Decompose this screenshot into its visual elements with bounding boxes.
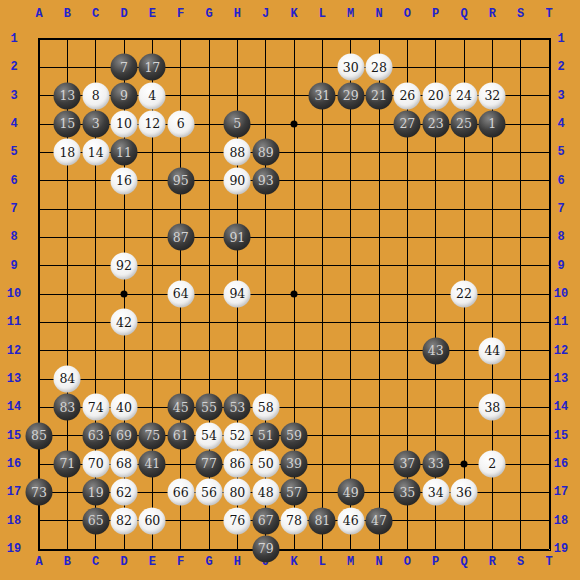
coord-label-bottom: O <box>404 556 411 568</box>
coord-label-right: 3 <box>557 90 564 102</box>
stone-white-54[interactable]: 54 <box>196 422 223 449</box>
coord-label-left: 18 <box>7 515 21 527</box>
grid-line-vertical <box>350 39 351 549</box>
coord-label-left: 17 <box>7 486 21 498</box>
stone-white-22[interactable]: 22 <box>451 281 478 308</box>
stone-black-27[interactable]: 27 <box>394 111 421 138</box>
stone-black-35[interactable]: 35 <box>394 479 421 506</box>
stone-black-23[interactable]: 23 <box>422 111 449 138</box>
stone-white-46[interactable]: 46 <box>337 507 364 534</box>
stone-white-16[interactable]: 16 <box>111 167 138 194</box>
stone-black-93[interactable]: 93 <box>252 167 279 194</box>
stone-white-52[interactable]: 52 <box>224 422 251 449</box>
grid-line-vertical <box>379 39 380 549</box>
coord-label-top: N <box>375 8 382 20</box>
coord-label-right: 15 <box>554 430 568 442</box>
stone-white-36[interactable]: 36 <box>451 479 478 506</box>
coord-label-top: T <box>545 8 552 20</box>
stone-black-7[interactable]: 7 <box>111 54 138 81</box>
stone-black-63[interactable]: 63 <box>82 422 109 449</box>
stone-black-75[interactable]: 75 <box>139 422 166 449</box>
coord-label-top: D <box>120 8 127 20</box>
coord-label-bottom: R <box>489 556 496 568</box>
coord-label-left: 13 <box>7 373 21 385</box>
stone-white-10[interactable]: 10 <box>111 111 138 138</box>
coord-label-left: 15 <box>7 430 21 442</box>
coord-label-bottom: H <box>234 556 241 568</box>
stone-white-20[interactable]: 20 <box>422 82 449 109</box>
stone-black-17[interactable]: 17 <box>139 54 166 81</box>
stone-black-81[interactable]: 81 <box>309 507 336 534</box>
star-point <box>461 461 468 468</box>
coord-label-bottom: T <box>545 556 552 568</box>
coord-label-right: 1 <box>557 33 564 45</box>
coord-label-right: 18 <box>554 515 568 527</box>
stone-white-4[interactable]: 4 <box>139 82 166 109</box>
stone-white-38[interactable]: 38 <box>479 394 506 421</box>
coord-label-right: 9 <box>557 260 564 272</box>
stone-white-62[interactable]: 62 <box>111 479 138 506</box>
coord-label-top: Q <box>460 8 467 20</box>
coord-label-top: M <box>347 8 354 20</box>
stone-white-78[interactable]: 78 <box>281 507 308 534</box>
stone-white-86[interactable]: 86 <box>224 451 251 478</box>
coord-label-left: 6 <box>10 175 17 187</box>
stone-white-32[interactable]: 32 <box>479 82 506 109</box>
coord-label-right: 6 <box>557 175 564 187</box>
coord-label-left: 2 <box>10 61 17 73</box>
coord-label-left: 3 <box>10 90 17 102</box>
stone-white-12[interactable]: 12 <box>139 111 166 138</box>
go-board: AABBCCDDEEFFGGHHJJKKLLMMNNOOPPQQRRSSTT11… <box>0 0 580 580</box>
stone-black-33[interactable]: 33 <box>422 451 449 478</box>
stone-black-11[interactable]: 11 <box>111 139 138 166</box>
stone-white-64[interactable]: 64 <box>167 281 194 308</box>
stone-white-6[interactable]: 6 <box>167 111 194 138</box>
coord-label-bottom: D <box>120 556 127 568</box>
coord-label-right: 8 <box>557 231 564 243</box>
stone-white-30[interactable]: 30 <box>337 54 364 81</box>
coord-label-bottom: S <box>517 556 524 568</box>
stone-white-68[interactable]: 68 <box>111 451 138 478</box>
coord-label-right: 12 <box>554 345 568 357</box>
coord-label-bottom: P <box>432 556 439 568</box>
stone-black-59[interactable]: 59 <box>281 422 308 449</box>
grid-line-horizontal <box>39 379 549 380</box>
coord-label-right: 16 <box>554 458 568 470</box>
stone-black-9[interactable]: 9 <box>111 82 138 109</box>
coord-label-right: 7 <box>557 203 564 215</box>
stone-white-88[interactable]: 88 <box>224 139 251 166</box>
stone-white-76[interactable]: 76 <box>224 507 251 534</box>
stone-black-69[interactable]: 69 <box>111 422 138 449</box>
stone-black-45[interactable]: 45 <box>167 394 194 421</box>
coord-label-left: 7 <box>10 203 17 215</box>
coord-label-bottom: Q <box>460 556 467 568</box>
stone-black-87[interactable]: 87 <box>167 224 194 251</box>
coord-label-left: 9 <box>10 260 17 272</box>
stone-black-41[interactable]: 41 <box>139 451 166 478</box>
stone-black-31[interactable]: 31 <box>309 82 336 109</box>
stone-black-73[interactable]: 73 <box>26 479 53 506</box>
coord-label-bottom: L <box>319 556 326 568</box>
star-point <box>291 121 298 128</box>
stone-white-90[interactable]: 90 <box>224 167 251 194</box>
grid-line-horizontal <box>39 350 549 351</box>
stone-black-61[interactable]: 61 <box>167 422 194 449</box>
coord-label-top: A <box>35 8 42 20</box>
stone-black-55[interactable]: 55 <box>196 394 223 421</box>
stone-white-34[interactable]: 34 <box>422 479 449 506</box>
stone-black-47[interactable]: 47 <box>366 507 393 534</box>
coord-label-right: 14 <box>554 401 568 413</box>
coord-label-bottom: N <box>375 556 382 568</box>
stone-black-95[interactable]: 95 <box>167 167 194 194</box>
coord-label-bottom: M <box>347 556 354 568</box>
stone-black-1[interactable]: 1 <box>479 111 506 138</box>
stone-white-50[interactable]: 50 <box>252 451 279 478</box>
grid-line-vertical <box>549 39 550 549</box>
stone-white-18[interactable]: 18 <box>54 139 81 166</box>
stone-white-84[interactable]: 84 <box>54 366 81 393</box>
stone-white-40[interactable]: 40 <box>111 394 138 421</box>
coord-label-bottom: K <box>290 556 297 568</box>
coord-label-bottom: G <box>205 556 212 568</box>
coord-label-right: 19 <box>554 543 568 555</box>
coord-label-top: E <box>149 8 156 20</box>
coord-label-top: J <box>262 8 269 20</box>
stone-white-60[interactable]: 60 <box>139 507 166 534</box>
star-point <box>291 291 298 298</box>
stone-white-82[interactable]: 82 <box>111 507 138 534</box>
coord-label-left: 10 <box>7 288 21 300</box>
coord-label-bottom: B <box>64 556 71 568</box>
stone-white-92[interactable]: 92 <box>111 252 138 279</box>
stone-white-58[interactable]: 58 <box>252 394 279 421</box>
coord-label-left: 5 <box>10 146 17 158</box>
coord-label-top: S <box>517 8 524 20</box>
coord-label-left: 11 <box>7 316 21 328</box>
grid-line-vertical <box>520 39 521 549</box>
stone-white-26[interactable]: 26 <box>394 82 421 109</box>
coord-label-right: 2 <box>557 61 564 73</box>
grid-line-horizontal <box>39 549 549 550</box>
stone-white-2[interactable]: 2 <box>479 451 506 478</box>
coord-label-bottom: F <box>177 556 184 568</box>
coord-label-left: 12 <box>7 345 21 357</box>
stone-white-42[interactable]: 42 <box>111 309 138 336</box>
stone-white-24[interactable]: 24 <box>451 82 478 109</box>
coord-label-top: P <box>432 8 439 20</box>
stone-black-89[interactable]: 89 <box>252 139 279 166</box>
stone-white-44[interactable]: 44 <box>479 337 506 364</box>
coord-label-left: 8 <box>10 231 17 243</box>
coord-label-top: R <box>489 8 496 20</box>
stone-black-71[interactable]: 71 <box>54 451 81 478</box>
coord-label-right: 4 <box>557 118 564 130</box>
coord-label-left: 19 <box>7 543 21 555</box>
stone-black-53[interactable]: 53 <box>224 394 251 421</box>
stone-black-15[interactable]: 15 <box>54 111 81 138</box>
coord-label-top: B <box>64 8 71 20</box>
stone-white-14[interactable]: 14 <box>82 139 109 166</box>
stone-black-3[interactable]: 3 <box>82 111 109 138</box>
stone-black-67[interactable]: 67 <box>252 507 279 534</box>
coord-label-left: 1 <box>10 33 17 45</box>
stone-white-56[interactable]: 56 <box>196 479 223 506</box>
coord-label-left: 14 <box>7 401 21 413</box>
stone-white-80[interactable]: 80 <box>224 479 251 506</box>
stone-black-79[interactable]: 79 <box>252 536 279 563</box>
coord-label-bottom: A <box>35 556 42 568</box>
stone-black-5[interactable]: 5 <box>224 111 251 138</box>
coord-label-right: 10 <box>554 288 568 300</box>
stone-black-91[interactable]: 91 <box>224 224 251 251</box>
stone-black-49[interactable]: 49 <box>337 479 364 506</box>
coord-label-top: C <box>92 8 99 20</box>
stone-black-77[interactable]: 77 <box>196 451 223 478</box>
stone-black-29[interactable]: 29 <box>337 82 364 109</box>
coord-label-left: 16 <box>7 458 21 470</box>
star-point <box>121 291 128 298</box>
coord-label-top: K <box>290 8 297 20</box>
stone-black-57[interactable]: 57 <box>281 479 308 506</box>
stone-black-65[interactable]: 65 <box>82 507 109 534</box>
stone-black-83[interactable]: 83 <box>54 394 81 421</box>
coord-label-bottom: C <box>92 556 99 568</box>
coord-label-top: H <box>234 8 241 20</box>
stone-white-8[interactable]: 8 <box>82 82 109 109</box>
coord-label-left: 4 <box>10 118 17 130</box>
stone-black-85[interactable]: 85 <box>26 422 53 449</box>
stone-black-37[interactable]: 37 <box>394 451 421 478</box>
stone-black-21[interactable]: 21 <box>366 82 393 109</box>
stone-white-66[interactable]: 66 <box>167 479 194 506</box>
stone-white-70[interactable]: 70 <box>82 451 109 478</box>
stone-white-48[interactable]: 48 <box>252 479 279 506</box>
coord-label-top: O <box>404 8 411 20</box>
coord-label-right: 17 <box>554 486 568 498</box>
stone-black-51[interactable]: 51 <box>252 422 279 449</box>
coord-label-top: F <box>177 8 184 20</box>
stone-black-19[interactable]: 19 <box>82 479 109 506</box>
stone-black-39[interactable]: 39 <box>281 451 308 478</box>
coord-label-right: 5 <box>557 146 564 158</box>
coord-label-right: 11 <box>554 316 568 328</box>
stone-white-28[interactable]: 28 <box>366 54 393 81</box>
stone-white-74[interactable]: 74 <box>82 394 109 421</box>
coord-label-top: G <box>205 8 212 20</box>
stone-black-25[interactable]: 25 <box>451 111 478 138</box>
stone-black-43[interactable]: 43 <box>422 337 449 364</box>
grid-line-vertical <box>322 39 323 549</box>
stone-black-13[interactable]: 13 <box>54 82 81 109</box>
coord-label-right: 13 <box>554 373 568 385</box>
coord-label-bottom: E <box>149 556 156 568</box>
stone-white-94[interactable]: 94 <box>224 281 251 308</box>
coord-label-top: L <box>319 8 326 20</box>
